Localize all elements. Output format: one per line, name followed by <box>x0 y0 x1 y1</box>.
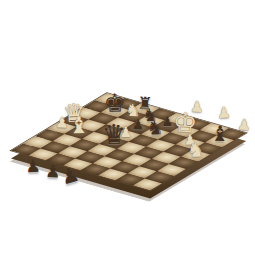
white-knight-h5: ♞ <box>186 139 205 160</box>
black-bishop-h7: ♝ <box>210 124 230 146</box>
white-bishop-b4: ♝ <box>69 114 90 137</box>
black-queen-d4: ♛ <box>101 120 126 148</box>
chess-set-photo: ♜♚♞♞♟♚♝♟♞♟♛♟♞♟♝♛ ♟♟♟ ♟♟♟ <box>0 0 255 255</box>
white-pawn-captured-2: ♟ <box>217 105 231 121</box>
black-knight-e6: ♞ <box>146 118 164 138</box>
black-pawn-captured-1: ♟ <box>25 158 41 176</box>
white-pawn-captured-3: ♟ <box>237 117 251 133</box>
black-pawn-d6: ♟ <box>131 117 144 131</box>
white-pawn-a4: ♟ <box>55 115 69 131</box>
white-pawn-captured-1: ♟ <box>190 99 204 114</box>
black-king-b7: ♚ <box>103 90 126 116</box>
